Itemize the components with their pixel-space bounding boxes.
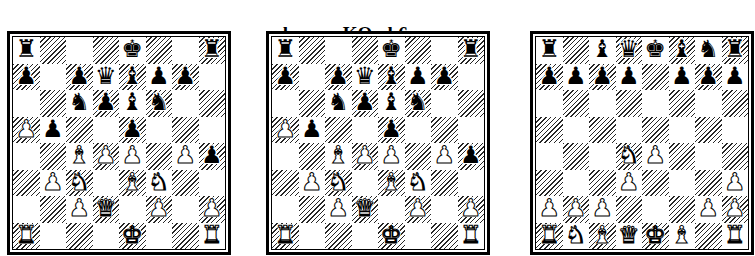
- square-e3: ♝: [119, 170, 146, 197]
- square-g4: ♟: [431, 143, 458, 170]
- square-c5: [66, 117, 93, 144]
- piece-black-pawn: ♟: [460, 143, 482, 167]
- square-b8: [563, 37, 590, 64]
- piece-white-pawn: ♟: [380, 143, 402, 167]
- piece-white-bishop: ♝: [121, 170, 143, 194]
- piece-white-rook: ♜: [724, 223, 746, 247]
- square-d6: [616, 90, 643, 117]
- square-f3: ♞: [146, 170, 173, 197]
- square-a1: ♜: [13, 223, 40, 250]
- chessboard-c: ♜♝♛♚♝♞♜♟♟♟♟♟♟♟♞♟♟♟♟♟♟♟♟♜♞♝♛♚♝♜: [530, 31, 754, 255]
- figure-canvas: a. b.w KQq b6 c. ♜♚♜♟♟♛♝♟♟♞♟♝♞♟♟♟♝♟♟♟♟♟♞…: [0, 0, 755, 256]
- square-f5: [405, 117, 432, 144]
- piece-white-pawn: ♟: [201, 196, 223, 220]
- square-a2: ♟: [536, 196, 563, 223]
- piece-black-bishop: ♝: [671, 37, 693, 61]
- square-f4: [405, 143, 432, 170]
- square-h6: [199, 90, 226, 117]
- square-e3: [642, 170, 669, 197]
- square-f2: [669, 196, 696, 223]
- piece-white-bishop: ♝: [671, 223, 693, 247]
- square-e5: [642, 117, 669, 144]
- piece-white-queen: ♛: [95, 196, 117, 220]
- piece-black-queen: ♛: [95, 64, 117, 88]
- piece-white-pawn: ♟: [327, 196, 349, 220]
- square-g2: [431, 196, 458, 223]
- piece-white-king: ♚: [121, 223, 143, 247]
- piece-white-pawn: ♟: [724, 170, 746, 194]
- square-e4: ♟: [378, 143, 405, 170]
- piece-black-queen: ♛: [618, 37, 640, 61]
- square-d3: [352, 170, 379, 197]
- square-c2: ♟: [325, 196, 352, 223]
- square-d4: ♞: [616, 143, 643, 170]
- square-f4: [146, 143, 173, 170]
- square-b5: [563, 117, 590, 144]
- piece-white-knight: ♞: [148, 170, 170, 194]
- square-d2: ♛: [352, 196, 379, 223]
- square-c6: [589, 90, 616, 117]
- square-b1: ♞: [563, 223, 590, 250]
- square-b3: ♟: [40, 170, 67, 197]
- square-f5: [146, 117, 173, 144]
- square-g2: [172, 196, 199, 223]
- square-e2: [642, 196, 669, 223]
- piece-black-pawn: ♟: [174, 64, 196, 88]
- square-e7: ♝: [119, 64, 146, 91]
- square-c1: [66, 223, 93, 250]
- piece-black-bishop: ♝: [121, 64, 143, 88]
- square-g6: [172, 90, 199, 117]
- piece-black-knight: ♞: [407, 90, 429, 114]
- square-f6: ♞: [146, 90, 173, 117]
- piece-black-pawn: ♟: [433, 64, 455, 88]
- square-c8: [66, 37, 93, 64]
- square-d8: ♛: [616, 37, 643, 64]
- square-g5: [431, 117, 458, 144]
- piece-black-pawn: ♟: [121, 117, 143, 141]
- square-h8: ♜: [458, 37, 485, 64]
- square-g7: ♟: [431, 64, 458, 91]
- piece-white-knight: ♞: [68, 170, 90, 194]
- square-d7: ♛: [93, 64, 120, 91]
- piece-white-pawn: ♟: [274, 117, 296, 141]
- piece-black-rook: ♜: [201, 37, 223, 61]
- square-b5: ♟: [40, 117, 67, 144]
- square-f1: ♝: [669, 223, 696, 250]
- square-d5: [616, 117, 643, 144]
- piece-black-knight: ♞: [327, 90, 349, 114]
- square-e3: ♝: [378, 170, 405, 197]
- chessboard-a-grid: ♜♚♜♟♟♛♝♟♟♞♟♝♞♟♟♟♝♟♟♟♟♟♞♝♞♟♛♟♟♜♚♜: [12, 36, 226, 250]
- square-c2: ♟: [589, 196, 616, 223]
- chessboard-a: ♜♚♜♟♟♛♝♟♟♞♟♝♞♟♟♟♝♟♟♟♟♟♞♝♞♟♛♟♟♜♚♜: [7, 31, 231, 255]
- square-d4: ♟: [93, 143, 120, 170]
- square-h1: ♜: [458, 223, 485, 250]
- piece-black-king: ♚: [644, 37, 666, 61]
- piece-black-bishop: ♝: [121, 90, 143, 114]
- piece-white-pawn: ♟: [95, 143, 117, 167]
- piece-black-pawn: ♟: [380, 117, 402, 141]
- piece-white-pawn: ♟: [460, 196, 482, 220]
- square-h3: [458, 170, 485, 197]
- square-a3: [13, 170, 40, 197]
- square-h4: ♟: [199, 143, 226, 170]
- square-b6: [563, 90, 590, 117]
- square-h6: [458, 90, 485, 117]
- square-e6: [642, 90, 669, 117]
- square-d8: [352, 37, 379, 64]
- square-d7: ♛: [352, 64, 379, 91]
- square-d2: ♛: [93, 196, 120, 223]
- square-b2: ♟: [563, 196, 590, 223]
- square-f8: [146, 37, 173, 64]
- piece-black-bishop: ♝: [380, 64, 402, 88]
- square-g8: [431, 37, 458, 64]
- piece-black-king: ♚: [380, 37, 402, 61]
- square-g6: [431, 90, 458, 117]
- square-d1: ♛: [616, 223, 643, 250]
- square-e5: ♟: [119, 117, 146, 144]
- square-h5: [199, 117, 226, 144]
- square-d6: ♟: [93, 90, 120, 117]
- square-h5: [722, 117, 749, 144]
- square-g3: [695, 170, 722, 197]
- square-e5: ♟: [378, 117, 405, 144]
- piece-white-pawn: ♟: [433, 143, 455, 167]
- square-h7: [199, 64, 226, 91]
- square-g4: ♟: [172, 143, 199, 170]
- square-f3: [669, 170, 696, 197]
- square-h4: [722, 143, 749, 170]
- square-h3: ♟: [722, 170, 749, 197]
- square-h2: ♟: [458, 196, 485, 223]
- piece-black-pawn: ♟: [618, 64, 640, 88]
- piece-black-pawn: ♟: [538, 64, 560, 88]
- piece-white-rook: ♜: [201, 223, 223, 247]
- square-b6: [299, 90, 326, 117]
- piece-black-knight: ♞: [68, 90, 90, 114]
- piece-white-pawn: ♟: [644, 143, 666, 167]
- piece-black-rook: ♜: [274, 37, 296, 61]
- square-c2: ♟: [66, 196, 93, 223]
- square-a8: ♜: [536, 37, 563, 64]
- square-d1: [352, 223, 379, 250]
- square-c7: ♟: [325, 64, 352, 91]
- square-e4: ♟: [642, 143, 669, 170]
- piece-white-bishop: ♝: [68, 143, 90, 167]
- square-a1: ♜: [272, 223, 299, 250]
- piece-white-knight: ♞: [327, 170, 349, 194]
- piece-white-pawn: ♟: [174, 143, 196, 167]
- piece-black-rook: ♜: [724, 37, 746, 61]
- square-e4: ♟: [119, 143, 146, 170]
- square-h2: ♟: [199, 196, 226, 223]
- piece-black-pawn: ♟: [591, 64, 613, 88]
- square-f8: [405, 37, 432, 64]
- square-g8: ♞: [695, 37, 722, 64]
- piece-black-king: ♚: [121, 37, 143, 61]
- square-b7: [299, 64, 326, 91]
- square-c8: [325, 37, 352, 64]
- square-d1: [93, 223, 120, 250]
- piece-black-pawn: ♟: [95, 90, 117, 114]
- piece-black-pawn: ♟: [68, 64, 90, 88]
- square-g1: [431, 223, 458, 250]
- square-h3: [199, 170, 226, 197]
- piece-black-pawn: ♟: [148, 64, 170, 88]
- square-d2: [616, 196, 643, 223]
- square-e2: [119, 196, 146, 223]
- square-e1: ♚: [119, 223, 146, 250]
- square-h4: ♟: [458, 143, 485, 170]
- piece-white-queen: ♛: [618, 223, 640, 247]
- square-b7: [40, 64, 67, 91]
- piece-white-pawn: ♟: [354, 143, 376, 167]
- square-h1: ♜: [722, 223, 749, 250]
- piece-white-pawn: ♟: [42, 170, 64, 194]
- square-g3: [431, 170, 458, 197]
- square-g5: [695, 117, 722, 144]
- square-h2: ♟: [722, 196, 749, 223]
- square-g5: [172, 117, 199, 144]
- piece-white-king: ♚: [644, 223, 666, 247]
- square-b5: ♟: [299, 117, 326, 144]
- square-a3: [272, 170, 299, 197]
- piece-black-queen: ♛: [354, 64, 376, 88]
- square-g2: ♟: [695, 196, 722, 223]
- piece-white-pawn: ♟: [148, 196, 170, 220]
- piece-black-rook: ♜: [460, 37, 482, 61]
- square-h7: ♟: [722, 64, 749, 91]
- square-c3: [589, 170, 616, 197]
- square-f5: [669, 117, 696, 144]
- square-c1: [325, 223, 352, 250]
- piece-white-pawn: ♟: [591, 196, 613, 220]
- piece-black-knight: ♞: [148, 90, 170, 114]
- piece-white-pawn: ♟: [407, 196, 429, 220]
- square-f7: ♟: [669, 64, 696, 91]
- square-h6: [722, 90, 749, 117]
- square-b1: [299, 223, 326, 250]
- piece-white-pawn: ♟: [565, 196, 587, 220]
- piece-white-rook: ♜: [538, 223, 560, 247]
- piece-white-king: ♚: [380, 223, 402, 247]
- piece-black-pawn: ♟: [301, 117, 323, 141]
- square-a5: ♟: [272, 117, 299, 144]
- square-f3: ♞: [405, 170, 432, 197]
- square-e8: ♚: [642, 37, 669, 64]
- square-a7: ♟: [536, 64, 563, 91]
- piece-black-pawn: ♟: [671, 64, 693, 88]
- square-c5: [589, 117, 616, 144]
- square-f6: [669, 90, 696, 117]
- piece-white-rook: ♜: [274, 223, 296, 247]
- square-f1: [405, 223, 432, 250]
- piece-white-pawn: ♟: [301, 170, 323, 194]
- square-c4: ♝: [325, 143, 352, 170]
- square-f4: [669, 143, 696, 170]
- square-a6: [272, 90, 299, 117]
- square-g6: [695, 90, 722, 117]
- square-d3: [93, 170, 120, 197]
- square-f7: ♟: [405, 64, 432, 91]
- piece-black-bishop: ♝: [591, 37, 613, 61]
- square-d5: [93, 117, 120, 144]
- square-d7: ♟: [616, 64, 643, 91]
- piece-black-pawn: ♟: [274, 64, 296, 88]
- piece-black-pawn: ♟: [407, 64, 429, 88]
- square-a7: ♟: [272, 64, 299, 91]
- square-b7: ♟: [563, 64, 590, 91]
- square-f2: ♟: [405, 196, 432, 223]
- square-c6: ♞: [66, 90, 93, 117]
- square-b4: [299, 143, 326, 170]
- square-e7: [642, 64, 669, 91]
- square-b4: [563, 143, 590, 170]
- chessboard-c-grid: ♜♝♛♚♝♞♜♟♟♟♟♟♟♟♞♟♟♟♟♟♟♟♟♜♞♝♛♚♝♜: [535, 36, 749, 250]
- piece-black-pawn: ♟: [354, 90, 376, 114]
- square-e1: ♚: [378, 223, 405, 250]
- piece-white-rook: ♜: [15, 223, 37, 247]
- square-a4: [536, 143, 563, 170]
- square-a7: ♟: [13, 64, 40, 91]
- square-b6: [40, 90, 67, 117]
- square-a2: [272, 196, 299, 223]
- piece-white-pawn: ♟: [68, 196, 90, 220]
- square-a5: ♟: [13, 117, 40, 144]
- square-c7: ♟: [589, 64, 616, 91]
- piece-black-pawn: ♟: [565, 64, 587, 88]
- square-b2: [40, 196, 67, 223]
- square-a4: [13, 143, 40, 170]
- square-c5: [325, 117, 352, 144]
- square-a5: [536, 117, 563, 144]
- square-a6: [536, 90, 563, 117]
- square-a6: [13, 90, 40, 117]
- square-a4: [272, 143, 299, 170]
- square-f6: ♞: [405, 90, 432, 117]
- piece-black-pawn: ♟: [15, 64, 37, 88]
- square-a1: ♜: [536, 223, 563, 250]
- square-b8: [40, 37, 67, 64]
- square-c3: ♞: [66, 170, 93, 197]
- square-g8: [172, 37, 199, 64]
- square-h8: ♜: [199, 37, 226, 64]
- square-h1: ♜: [199, 223, 226, 250]
- piece-white-pawn: ♟: [538, 196, 560, 220]
- piece-white-queen: ♛: [354, 196, 376, 220]
- square-f1: [146, 223, 173, 250]
- square-g7: ♟: [172, 64, 199, 91]
- square-g4: [695, 143, 722, 170]
- square-b3: [563, 170, 590, 197]
- piece-white-pawn: ♟: [618, 170, 640, 194]
- square-b4: [40, 143, 67, 170]
- piece-white-bishop: ♝: [380, 170, 402, 194]
- square-e6: ♝: [378, 90, 405, 117]
- piece-white-pawn: ♟: [697, 196, 719, 220]
- square-e8: ♚: [119, 37, 146, 64]
- piece-white-knight: ♞: [618, 143, 640, 167]
- square-h5: [458, 117, 485, 144]
- piece-black-pawn: ♟: [327, 64, 349, 88]
- square-e2: [378, 196, 405, 223]
- square-a2: [13, 196, 40, 223]
- chessboard-b-grid: ♜♚♜♟♟♛♝♟♟♞♟♝♞♟♟♟♝♟♟♟♟♟♞♝♞♟♛♟♟♜♚♜: [271, 36, 485, 250]
- square-h7: [458, 64, 485, 91]
- piece-black-pawn: ♟: [697, 64, 719, 88]
- square-b8: [299, 37, 326, 64]
- square-c4: ♝: [66, 143, 93, 170]
- square-f8: ♝: [669, 37, 696, 64]
- square-d5: [352, 117, 379, 144]
- piece-black-rook: ♜: [15, 37, 37, 61]
- piece-black-pawn: ♟: [724, 64, 746, 88]
- piece-black-bishop: ♝: [380, 90, 402, 114]
- square-b1: [40, 223, 67, 250]
- piece-white-bishop: ♝: [591, 223, 613, 247]
- square-d4: ♟: [352, 143, 379, 170]
- square-e1: ♚: [642, 223, 669, 250]
- square-b2: [299, 196, 326, 223]
- piece-white-pawn: ♟: [15, 117, 37, 141]
- square-e6: ♝: [119, 90, 146, 117]
- piece-white-bishop: ♝: [327, 143, 349, 167]
- piece-white-knight: ♞: [565, 223, 587, 247]
- square-g1: [695, 223, 722, 250]
- square-c3: ♞: [325, 170, 352, 197]
- square-a8: ♜: [272, 37, 299, 64]
- square-f2: ♟: [146, 196, 173, 223]
- piece-black-knight: ♞: [697, 37, 719, 61]
- square-f7: ♟: [146, 64, 173, 91]
- square-a3: [536, 170, 563, 197]
- piece-black-pawn: ♟: [42, 117, 64, 141]
- square-g1: [172, 223, 199, 250]
- piece-white-pawn: ♟: [121, 143, 143, 167]
- square-d6: ♟: [352, 90, 379, 117]
- square-e7: ♝: [378, 64, 405, 91]
- square-c1: ♝: [589, 223, 616, 250]
- piece-white-rook: ♜: [460, 223, 482, 247]
- square-g3: [172, 170, 199, 197]
- square-c4: [589, 143, 616, 170]
- square-b3: ♟: [299, 170, 326, 197]
- square-c8: ♝: [589, 37, 616, 64]
- square-d3: ♟: [616, 170, 643, 197]
- chessboard-b: ♜♚♜♟♟♛♝♟♟♞♟♝♞♟♟♟♝♟♟♟♟♟♞♝♞♟♛♟♟♜♚♜: [266, 31, 490, 255]
- square-g7: ♟: [695, 64, 722, 91]
- square-e8: ♚: [378, 37, 405, 64]
- square-a8: ♜: [13, 37, 40, 64]
- piece-white-pawn: ♟: [724, 196, 746, 220]
- square-d8: [93, 37, 120, 64]
- square-h8: ♜: [722, 37, 749, 64]
- piece-black-rook: ♜: [538, 37, 560, 61]
- piece-black-pawn: ♟: [201, 143, 223, 167]
- square-c6: ♞: [325, 90, 352, 117]
- square-c7: ♟: [66, 64, 93, 91]
- piece-white-knight: ♞: [407, 170, 429, 194]
